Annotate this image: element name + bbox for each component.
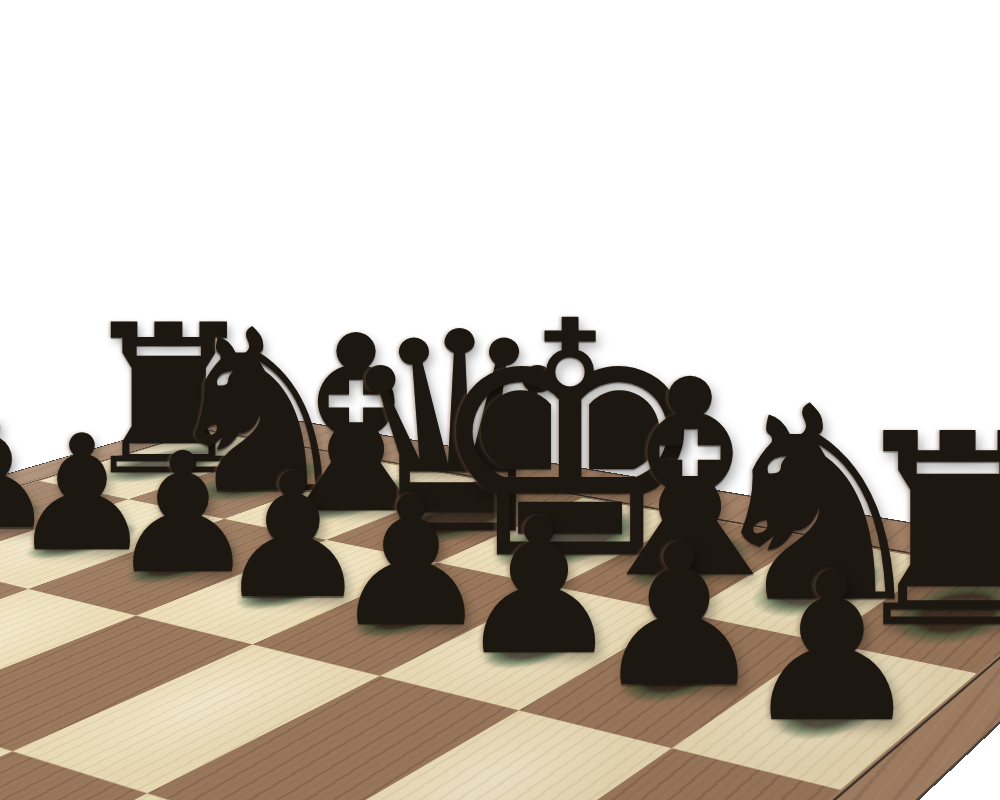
black-pawn-h7: ♟	[740, 504, 924, 709]
product-photo: ♜♞♝♛♚♝♞♜♟♟♟♟♟♟♟♟	[0, 0, 1000, 800]
pawn-glyph: ♟	[740, 545, 924, 750]
